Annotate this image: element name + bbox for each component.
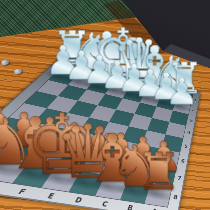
file-label-A: A: [151, 207, 158, 210]
piece-black-rook-a8[interactable]: ♜: [136, 148, 182, 199]
rank-label-3: 3: [189, 119, 193, 123]
chess-scene: HGFEDCBA 12345678 ♜♞♝♟♚♟♛♟♝♟♞♟♜♟♟♟♟♟♟♟♟♜…: [0, 0, 210, 210]
piece-white-pawn-a2[interactable]: ♟: [166, 74, 199, 110]
